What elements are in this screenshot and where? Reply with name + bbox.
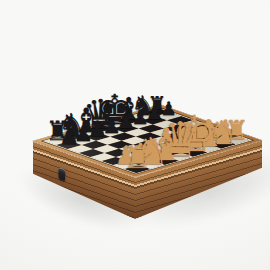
product-photo-scene: ♜♞♝♛♚♝♞♜♟♟♟♟♟♟♟♟♟♟♟♟♟♟♟♟♜♞♝♛♚♝♞♜ (0, 0, 270, 270)
piece-black-pawn[interactable]: ♟ (59, 125, 79, 148)
pieces-layer: ♜♞♝♛♚♝♞♜♟♟♟♟♟♟♟♟♟♟♟♟♟♟♟♟♜♞♝♛♚♝♞♜ (0, 0, 270, 270)
piece-white-rook[interactable]: ♜ (123, 142, 151, 174)
